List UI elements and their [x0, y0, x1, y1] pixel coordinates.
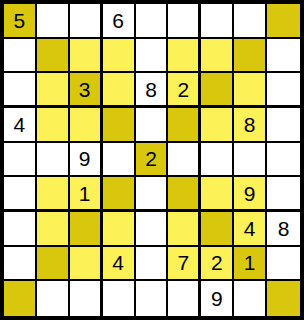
sudoku-cell-r9c1[interactable] [4, 281, 37, 316]
sudoku-cell-r3c9[interactable] [267, 73, 300, 108]
sudoku-cell-r3c6[interactable]: 2 [168, 73, 201, 108]
sudoku-cell-r2c9[interactable] [267, 39, 300, 74]
sudoku-cell-r4c6[interactable] [168, 108, 201, 143]
sudoku-cell-r9c9[interactable] [267, 281, 300, 316]
sudoku-cell-r8c5[interactable] [136, 247, 169, 282]
sudoku-cell-r2c1[interactable] [4, 39, 37, 74]
sudoku-cell-r3c7[interactable] [201, 73, 234, 108]
sudoku-cell-r2c5[interactable] [136, 39, 169, 74]
sudoku-cell-r4c9[interactable] [267, 108, 300, 143]
sudoku-cell-r1c1[interactable]: 5 [4, 4, 37, 39]
sudoku-cell-r5c4[interactable] [103, 143, 136, 178]
sudoku-cell-r5c8[interactable] [234, 143, 267, 178]
sudoku-cell-r2c2[interactable] [37, 39, 70, 74]
sudoku-cell-r1c3[interactable] [70, 4, 103, 39]
sudoku-cell-r3c8[interactable] [234, 73, 267, 108]
sudoku-cell-r7c2[interactable] [37, 212, 70, 247]
sudoku-cell-r9c3[interactable] [70, 281, 103, 316]
sudoku-cell-r5c6[interactable] [168, 143, 201, 178]
sudoku-cell-r1c9[interactable] [267, 4, 300, 39]
sudoku-cell-r4c7[interactable] [201, 108, 234, 143]
sudoku-cell-r6c2[interactable] [37, 177, 70, 212]
sudoku-cell-r8c8[interactable]: 1 [234, 247, 267, 282]
sudoku-cell-r4c2[interactable] [37, 108, 70, 143]
sudoku-cell-r7c9[interactable]: 8 [267, 212, 300, 247]
sudoku-cell-r5c7[interactable] [201, 143, 234, 178]
sudoku-cell-r4c4[interactable] [103, 108, 136, 143]
sudoku-board: 563824892194847219 [0, 0, 304, 320]
sudoku-cell-r8c7[interactable]: 2 [201, 247, 234, 282]
sudoku-cell-r6c5[interactable] [136, 177, 169, 212]
sudoku-cell-r9c8[interactable] [234, 281, 267, 316]
sudoku-cell-r7c5[interactable] [136, 212, 169, 247]
sudoku-cell-r5c2[interactable] [37, 143, 70, 178]
sudoku-cell-r3c3[interactable]: 3 [70, 73, 103, 108]
sudoku-cell-r7c4[interactable] [103, 212, 136, 247]
sudoku-cell-r5c1[interactable] [4, 143, 37, 178]
sudoku-cell-r9c5[interactable] [136, 281, 169, 316]
sudoku-cell-r6c8[interactable]: 9 [234, 177, 267, 212]
sudoku-cell-r7c7[interactable] [201, 212, 234, 247]
sudoku-cell-r7c8[interactable]: 4 [234, 212, 267, 247]
sudoku-cell-r1c5[interactable] [136, 4, 169, 39]
sudoku-cell-r9c4[interactable] [103, 281, 136, 316]
sudoku-cell-r8c4[interactable]: 4 [103, 247, 136, 282]
sudoku-cell-r9c7[interactable]: 9 [201, 281, 234, 316]
sudoku-cell-r2c7[interactable] [201, 39, 234, 74]
sudoku-cell-r5c3[interactable]: 9 [70, 143, 103, 178]
sudoku-cell-r6c6[interactable] [168, 177, 201, 212]
sudoku-cell-r4c5[interactable] [136, 108, 169, 143]
sudoku-cell-r7c6[interactable] [168, 212, 201, 247]
sudoku-cell-r7c3[interactable] [70, 212, 103, 247]
sudoku-cell-r1c6[interactable] [168, 4, 201, 39]
sudoku-cell-r4c3[interactable] [70, 108, 103, 143]
sudoku-cell-r9c2[interactable] [37, 281, 70, 316]
sudoku-cell-r4c1[interactable]: 4 [4, 108, 37, 143]
sudoku-cell-r8c2[interactable] [37, 247, 70, 282]
sudoku-cell-r1c8[interactable] [234, 4, 267, 39]
sudoku-cell-r3c1[interactable] [4, 73, 37, 108]
sudoku-cell-r6c4[interactable] [103, 177, 136, 212]
sudoku-cell-r2c4[interactable] [103, 39, 136, 74]
sudoku-cell-r7c1[interactable] [4, 212, 37, 247]
sudoku-cell-r8c3[interactable] [70, 247, 103, 282]
sudoku-cell-r8c1[interactable] [4, 247, 37, 282]
sudoku-cell-r3c2[interactable] [37, 73, 70, 108]
sudoku-cell-r8c6[interactable]: 7 [168, 247, 201, 282]
sudoku-cell-r6c1[interactable] [4, 177, 37, 212]
sudoku-cell-r4c8[interactable]: 8 [234, 108, 267, 143]
sudoku-cell-r2c6[interactable] [168, 39, 201, 74]
sudoku-cell-r6c7[interactable] [201, 177, 234, 212]
sudoku-cell-r6c9[interactable] [267, 177, 300, 212]
sudoku-cell-r1c7[interactable] [201, 4, 234, 39]
sudoku-cell-r2c8[interactable] [234, 39, 267, 74]
sudoku-cell-r9c6[interactable] [168, 281, 201, 316]
sudoku-cell-r2c3[interactable] [70, 39, 103, 74]
sudoku-cell-r6c3[interactable]: 1 [70, 177, 103, 212]
sudoku-cell-r1c4[interactable]: 6 [103, 4, 136, 39]
sudoku-cell-r5c5[interactable]: 2 [136, 143, 169, 178]
sudoku-cell-r3c4[interactable] [103, 73, 136, 108]
sudoku-cell-r8c9[interactable] [267, 247, 300, 282]
sudoku-cell-r3c5[interactable]: 8 [136, 73, 169, 108]
sudoku-cell-r1c2[interactable] [37, 4, 70, 39]
sudoku-cell-r5c9[interactable] [267, 143, 300, 178]
